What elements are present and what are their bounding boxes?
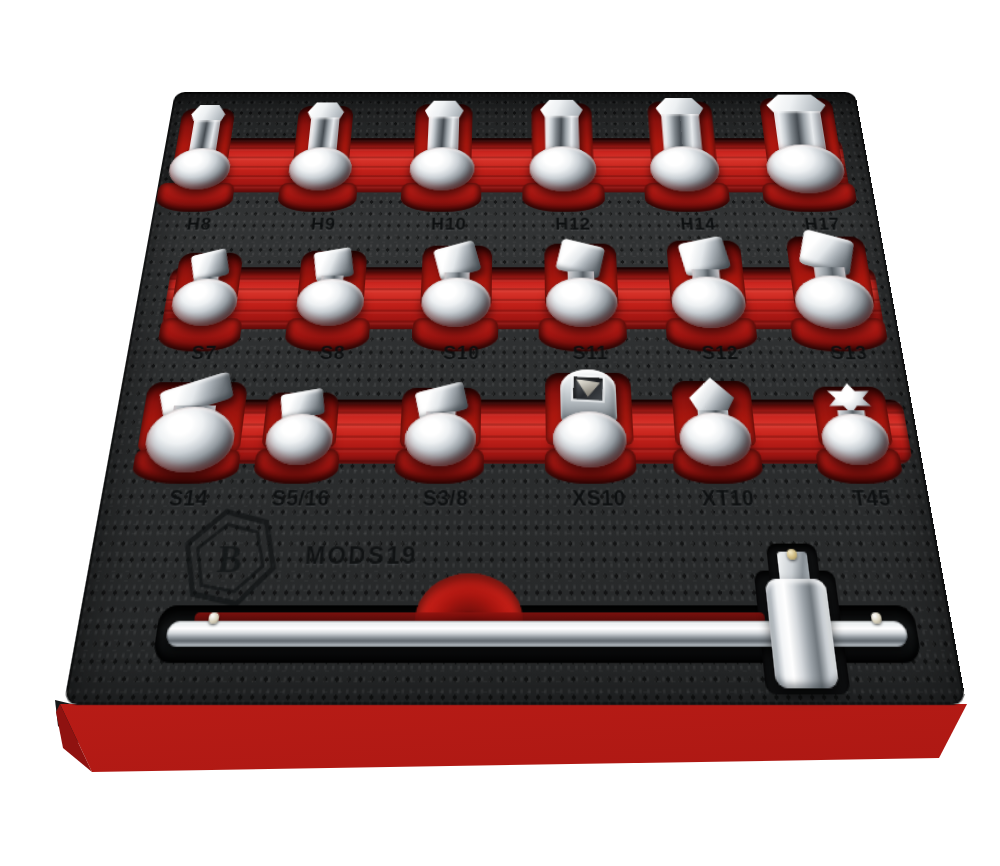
label-XT10: XT10 [701,486,756,512]
brand-letter: B [215,538,244,581]
label-S3-8: S3/8 [422,486,468,512]
socket-collar [409,147,475,190]
product-photo: H8 H9 H10 H12 H14 H17 [0,0,1000,866]
row2-red-channel [161,267,884,329]
label-XS10: XS10 [572,486,627,512]
socket-H12 [529,100,597,192]
label-S10: S10 [443,342,480,365]
socket-XS10 [552,369,628,467]
stub-detent-ball [786,549,797,560]
brand-logo: B [170,507,287,610]
socket-collar [529,146,597,191]
socket-H14 [645,98,721,191]
label-H8: H8 [185,215,213,235]
foam-tray: H8 H9 H10 H12 H14 H17 [63,92,966,705]
socket-H10 [409,101,476,191]
socket-T45 [814,383,892,465]
label-H10: H10 [431,215,467,235]
label-H9: H9 [310,215,336,235]
socket-H9 [287,102,358,190]
socket-collar [403,413,476,467]
label-S8: S8 [319,342,346,365]
socket-S8 [294,248,367,326]
label-H12: H12 [555,215,591,235]
socket-S7 [168,250,243,326]
socket-S3-8 [403,384,476,466]
model-label: MODS19 [304,541,418,571]
socket-S13 [786,233,878,330]
socket-S14 [141,379,242,473]
label-S12: S12 [701,342,740,365]
socket-S10 [420,243,491,327]
socket-S11 [545,241,618,327]
socket-collar [546,278,619,327]
label-H14: H14 [680,215,717,235]
label-S13: S13 [829,342,869,365]
socket-S5-16 [263,390,336,465]
label-S11: S11 [572,342,608,365]
socket-S12 [667,238,748,328]
socket-XT10 [675,378,754,467]
label-T45: T45 [851,486,893,512]
label-S7: S7 [190,342,218,365]
socket-collar [420,278,490,327]
